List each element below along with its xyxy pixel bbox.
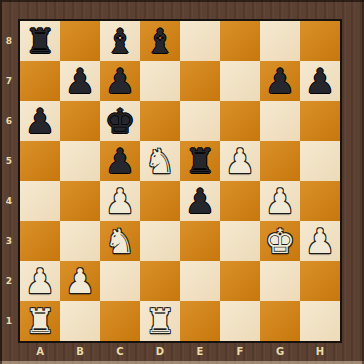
square-a2[interactable]: ♟: [20, 261, 60, 301]
rank-label-2: 2: [0, 261, 18, 301]
square-c3[interactable]: ♞: [100, 221, 140, 261]
square-e6[interactable]: [180, 101, 220, 141]
piece-white-rook-d1[interactable]: ♜: [145, 304, 175, 338]
rank-label-3: 3: [0, 221, 18, 261]
square-b8[interactable]: [60, 21, 100, 61]
rank-label-8: 8: [0, 21, 18, 61]
piece-black-king-c6[interactable]: ♚: [105, 104, 135, 138]
square-e3[interactable]: [180, 221, 220, 261]
square-a4[interactable]: [20, 181, 60, 221]
rank-label-7: 7: [0, 61, 18, 101]
square-h2[interactable]: [300, 261, 340, 301]
file-label-b: B: [60, 341, 100, 362]
square-h3[interactable]: ♟: [300, 221, 340, 261]
piece-black-bishop-d8[interactable]: ♝: [145, 24, 175, 58]
square-e8[interactable]: [180, 21, 220, 61]
file-label-c: C: [100, 341, 140, 362]
square-h5[interactable]: [300, 141, 340, 181]
file-label-h: H: [300, 341, 340, 362]
square-h7[interactable]: ♟: [300, 61, 340, 101]
file-label-f: F: [220, 341, 260, 362]
square-d7[interactable]: [140, 61, 180, 101]
square-h8[interactable]: [300, 21, 340, 61]
piece-white-pawn-b2[interactable]: ♟: [65, 264, 95, 298]
square-a1[interactable]: ♜: [20, 301, 60, 341]
piece-white-pawn-h3[interactable]: ♟: [305, 224, 335, 258]
rank-label-6: 6: [0, 101, 18, 141]
square-c8[interactable]: ♝: [100, 21, 140, 61]
square-d1[interactable]: ♜: [140, 301, 180, 341]
square-f2[interactable]: [220, 261, 260, 301]
square-g4[interactable]: ♟: [260, 181, 300, 221]
piece-white-knight-c3[interactable]: ♞: [105, 224, 135, 258]
piece-white-pawn-c4[interactable]: ♟: [105, 184, 135, 218]
piece-black-pawn-b7[interactable]: ♟: [65, 64, 95, 98]
file-label-e: E: [180, 341, 220, 362]
square-h6[interactable]: [300, 101, 340, 141]
square-d4[interactable]: [140, 181, 180, 221]
chess-board-window: 87654321 ABCDEFGH ♜♝♝♟♟♟♟♟♚♟♞♜♟♟♟♟♞♚♟♟♟♜…: [0, 0, 364, 364]
file-label-a: A: [20, 341, 60, 362]
piece-white-rook-a1[interactable]: ♜: [25, 304, 55, 338]
square-e1[interactable]: [180, 301, 220, 341]
square-f6[interactable]: [220, 101, 260, 141]
piece-black-pawn-h7[interactable]: ♟: [305, 64, 335, 98]
square-c2[interactable]: [100, 261, 140, 301]
square-g2[interactable]: [260, 261, 300, 301]
square-b5[interactable]: [60, 141, 100, 181]
square-f1[interactable]: [220, 301, 260, 341]
square-c7[interactable]: ♟: [100, 61, 140, 101]
square-f7[interactable]: [220, 61, 260, 101]
square-b7[interactable]: ♟: [60, 61, 100, 101]
piece-white-pawn-g4[interactable]: ♟: [265, 184, 295, 218]
square-g7[interactable]: ♟: [260, 61, 300, 101]
square-d3[interactable]: [140, 221, 180, 261]
rank-label-1: 1: [0, 301, 18, 341]
square-g6[interactable]: [260, 101, 300, 141]
square-b1[interactable]: [60, 301, 100, 341]
square-h4[interactable]: [300, 181, 340, 221]
piece-white-king-g3[interactable]: ♚: [265, 224, 295, 258]
square-c5[interactable]: ♟: [100, 141, 140, 181]
square-f5[interactable]: ♟: [220, 141, 260, 181]
square-a8[interactable]: ♜: [20, 21, 60, 61]
square-a6[interactable]: ♟: [20, 101, 60, 141]
square-b3[interactable]: [60, 221, 100, 261]
piece-black-rook-e5[interactable]: ♜: [185, 144, 215, 178]
square-f8[interactable]: [220, 21, 260, 61]
square-a7[interactable]: [20, 61, 60, 101]
square-b2[interactable]: ♟: [60, 261, 100, 301]
piece-black-pawn-c7[interactable]: ♟: [105, 64, 135, 98]
piece-black-pawn-a6[interactable]: ♟: [25, 104, 55, 138]
rank-label-5: 5: [0, 141, 18, 181]
square-e4[interactable]: ♟: [180, 181, 220, 221]
square-c4[interactable]: ♟: [100, 181, 140, 221]
piece-black-bishop-c8[interactable]: ♝: [105, 24, 135, 58]
piece-white-pawn-a2[interactable]: ♟: [25, 264, 55, 298]
square-f3[interactable]: [220, 221, 260, 261]
file-label-d: D: [140, 341, 180, 362]
square-e5[interactable]: ♜: [180, 141, 220, 181]
square-a3[interactable]: [20, 221, 60, 261]
square-g1[interactable]: [260, 301, 300, 341]
piece-black-rook-a8[interactable]: ♜: [25, 24, 55, 58]
square-c1[interactable]: [100, 301, 140, 341]
square-a5[interactable]: [20, 141, 60, 181]
piece-white-knight-d5[interactable]: ♞: [145, 144, 175, 178]
square-b4[interactable]: [60, 181, 100, 221]
square-d8[interactable]: ♝: [140, 21, 180, 61]
square-d2[interactable]: [140, 261, 180, 301]
square-g3[interactable]: ♚: [260, 221, 300, 261]
piece-black-pawn-g7[interactable]: ♟: [265, 64, 295, 98]
square-d5[interactable]: ♞: [140, 141, 180, 181]
square-d6[interactable]: [140, 101, 180, 141]
square-f4[interactable]: [220, 181, 260, 221]
file-label-g: G: [260, 341, 300, 362]
square-e7[interactable]: [180, 61, 220, 101]
file-labels: ABCDEFGH: [20, 341, 340, 362]
rank-labels: 87654321: [0, 21, 18, 341]
square-g8[interactable]: [260, 21, 300, 61]
square-e2[interactable]: [180, 261, 220, 301]
piece-black-pawn-e4[interactable]: ♟: [185, 184, 215, 218]
square-g5[interactable]: [260, 141, 300, 181]
board-grid: ♜♝♝♟♟♟♟♟♚♟♞♜♟♟♟♟♞♚♟♟♟♜♜: [18, 19, 342, 343]
square-h1[interactable]: [300, 301, 340, 341]
piece-black-pawn-c5[interactable]: ♟: [105, 144, 135, 178]
square-c6[interactable]: ♚: [100, 101, 140, 141]
rank-label-4: 4: [0, 181, 18, 221]
square-b6[interactable]: [60, 101, 100, 141]
piece-white-pawn-f5[interactable]: ♟: [225, 144, 255, 178]
